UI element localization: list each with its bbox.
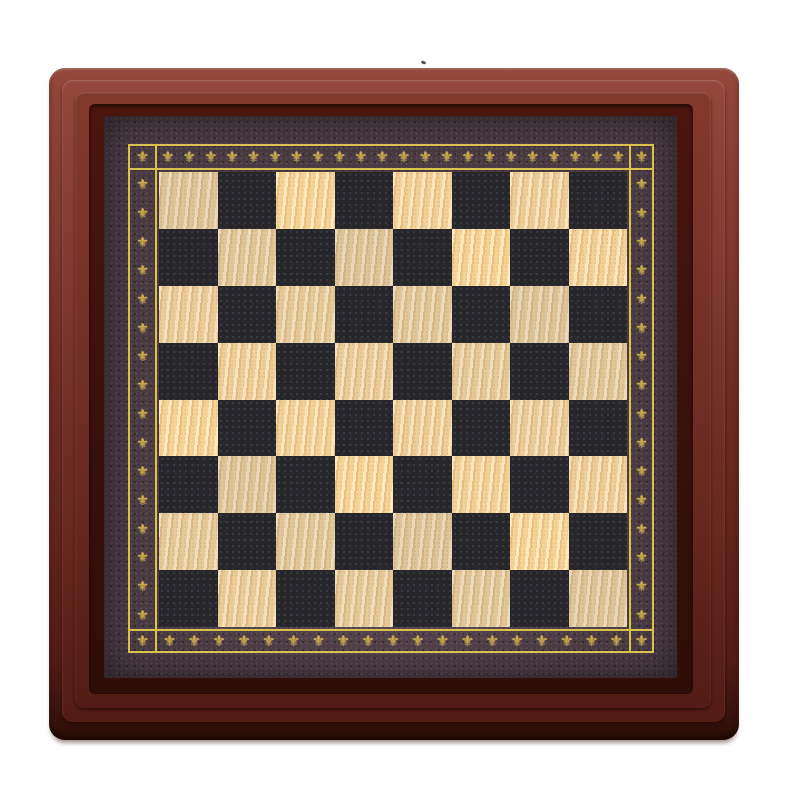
gold-eagle-ornament-icon: ⚜: [182, 150, 195, 165]
gold-eagle-ornament-icon: ⚜: [354, 150, 367, 165]
gold-eagle-ornament-icon: ⚜: [312, 634, 325, 649]
square-f6: [452, 286, 511, 343]
gold-eagle-ornament-icon: ⚜: [635, 235, 648, 249]
square-f7: [452, 229, 511, 286]
square-h8: [569, 172, 628, 229]
gold-eagle-ornament-icon: ⚜: [461, 634, 474, 649]
gold-eagle-ornament-icon: ⚜: [386, 634, 399, 649]
gold-eagle-ornament-icon: ⚜: [635, 608, 648, 622]
product-photo: ⚜ ⚜⚜⚜⚜⚜⚜⚜⚜⚜⚜⚜⚜⚜⚜⚜⚜⚜⚜⚜⚜⚜⚜ ⚜ ⚜⚜⚜⚜⚜⚜⚜⚜⚜⚜⚜⚜⚜…: [0, 0, 800, 800]
square-c8: [276, 172, 335, 229]
gold-eagle-ornament-icon: ⚜: [461, 150, 474, 165]
square-b1: [218, 570, 277, 627]
square-e6: [393, 286, 452, 343]
square-b5: [218, 343, 277, 400]
gold-eagle-ornament-icon: ⚜: [136, 292, 149, 306]
gold-eagle-ornament-icon: ⚜: [635, 177, 648, 191]
gold-eagle-ornament-icon: ⚜: [485, 634, 498, 649]
square-e4: [393, 400, 452, 457]
gold-eagle-ornament-icon: ⚜: [311, 150, 324, 165]
gold-eagle-ornament-icon: ⚜: [268, 150, 281, 165]
square-e2: [393, 513, 452, 570]
gold-eagle-ornament-icon: ⚜: [418, 150, 431, 165]
gold-eagle-ornament-icon: ⚜: [136, 493, 149, 507]
square-d5: [335, 343, 394, 400]
gold-eagle-ornament-icon: ⚜: [225, 150, 238, 165]
square-h5: [569, 343, 628, 400]
gold-eagle-ornament-icon: ⚜: [483, 150, 496, 165]
gold-eagle-ornament-icon: ⚜: [136, 550, 149, 564]
square-b3: [218, 456, 277, 513]
border-corner-bottom-left: ⚜: [130, 629, 157, 651]
square-b2: [218, 513, 277, 570]
border-corner-bottom-right: ⚜: [629, 629, 652, 651]
gold-eagle-ornament-icon: ⚜: [585, 634, 598, 649]
gold-eagle-ornament-icon: ⚜: [526, 150, 539, 165]
square-d6: [335, 286, 394, 343]
square-g7: [510, 229, 569, 286]
gold-eagle-ornament-icon: ⚜: [262, 634, 275, 649]
gold-eagle-ornament-icon: ⚜: [136, 579, 149, 593]
gold-eagle-ornament-icon: ⚜: [635, 550, 648, 564]
square-a6: [159, 286, 218, 343]
square-d7: [335, 229, 394, 286]
square-c5: [276, 343, 335, 400]
square-h4: [569, 400, 628, 457]
square-a1: [159, 570, 218, 627]
gold-eagle-ornament-icon: ⚜: [397, 150, 410, 165]
border-corner-top-left: ⚜: [130, 146, 157, 170]
gold-eagle-ornament-icon: ⚜: [635, 321, 648, 335]
gold-eagle-ornament-icon: ⚜: [161, 150, 174, 165]
gold-eagle-ornament-icon: ⚜: [635, 407, 648, 421]
square-a2: [159, 513, 218, 570]
gold-eagle-ornament-icon: ⚜: [569, 150, 582, 165]
board-outer-frame: ⚜ ⚜⚜⚜⚜⚜⚜⚜⚜⚜⚜⚜⚜⚜⚜⚜⚜⚜⚜⚜⚜⚜⚜ ⚜ ⚜⚜⚜⚜⚜⚜⚜⚜⚜⚜⚜⚜⚜…: [49, 68, 739, 740]
gold-eagle-ornament-icon: ⚜: [635, 150, 648, 165]
gold-eagle-ornament-icon: ⚜: [361, 634, 374, 649]
border-band-bottom: ⚜⚜⚜⚜⚜⚜⚜⚜⚜⚜⚜⚜⚜⚜⚜⚜⚜⚜⚜: [157, 629, 629, 651]
square-g8: [510, 172, 569, 229]
square-c7: [276, 229, 335, 286]
gold-eagle-ornament-icon: ⚜: [635, 522, 648, 536]
gold-eagle-ornament-icon: ⚜: [247, 150, 260, 165]
gold-eagle-ornament-icon: ⚜: [287, 634, 300, 649]
square-h6: [569, 286, 628, 343]
border-band-left: ⚜⚜⚜⚜⚜⚜⚜⚜⚜⚜⚜⚜⚜⚜⚜⚜: [130, 170, 157, 629]
dust-speck: [421, 60, 427, 65]
gold-eagle-ornament-icon: ⚜: [436, 634, 449, 649]
gold-eagle-ornament-icon: ⚜: [635, 378, 648, 392]
gold-eagle-ornament-icon: ⚜: [204, 150, 217, 165]
square-e1: [393, 570, 452, 627]
square-f1: [452, 570, 511, 627]
gold-eagle-ornament-icon: ⚜: [510, 634, 523, 649]
square-g6: [510, 286, 569, 343]
square-c1: [276, 570, 335, 627]
gold-eagle-ornament-icon: ⚜: [635, 263, 648, 277]
gold-eagle-ornament-icon: ⚜: [188, 634, 201, 649]
square-b8: [218, 172, 277, 229]
square-c4: [276, 400, 335, 457]
square-g5: [510, 343, 569, 400]
gold-eagle-ornament-icon: ⚜: [136, 349, 149, 363]
square-h7: [569, 229, 628, 286]
square-c2: [276, 513, 335, 570]
square-a8: [159, 172, 218, 229]
gold-eagle-ornament-icon: ⚜: [136, 634, 149, 649]
border-band-right: ⚜⚜⚜⚜⚜⚜⚜⚜⚜⚜⚜⚜⚜⚜⚜⚜: [629, 170, 652, 629]
square-a5: [159, 343, 218, 400]
gold-eagle-ornament-icon: ⚜: [136, 522, 149, 536]
square-e3: [393, 456, 452, 513]
gold-eagle-ornament-icon: ⚜: [610, 634, 623, 649]
square-g3: [510, 456, 569, 513]
gold-eagle-ornament-icon: ⚜: [136, 150, 149, 165]
gold-eagle-ornament-icon: ⚜: [212, 634, 225, 649]
gold-eagle-ornament-icon: ⚜: [635, 349, 648, 363]
square-h1: [569, 570, 628, 627]
gold-eagle-ornament-icon: ⚜: [136, 378, 149, 392]
gold-eagle-ornament-icon: ⚜: [333, 150, 346, 165]
gold-eagle-ornament-icon: ⚜: [136, 321, 149, 335]
gold-eagle-ornament-icon: ⚜: [560, 634, 573, 649]
gold-eagle-ornament-icon: ⚜: [635, 436, 648, 450]
square-f8: [452, 172, 511, 229]
square-c3: [276, 456, 335, 513]
gold-eagle-ornament-icon: ⚜: [136, 407, 149, 421]
square-b7: [218, 229, 277, 286]
square-f3: [452, 456, 511, 513]
gold-eagle-ornament-icon: ⚜: [440, 150, 453, 165]
gold-eagle-ornament-icon: ⚜: [163, 634, 176, 649]
gold-eagle-ornament-icon: ⚜: [136, 436, 149, 450]
square-h3: [569, 456, 628, 513]
square-c6: [276, 286, 335, 343]
gold-eagle-ornament-icon: ⚜: [635, 579, 648, 593]
gold-eagle-ornament-icon: ⚜: [411, 634, 424, 649]
gold-eagle-ornament-icon: ⚜: [136, 464, 149, 478]
square-f5: [452, 343, 511, 400]
border-band-top: ⚜⚜⚜⚜⚜⚜⚜⚜⚜⚜⚜⚜⚜⚜⚜⚜⚜⚜⚜⚜⚜⚜: [157, 146, 629, 170]
square-f2: [452, 513, 511, 570]
gold-eagle-ornament-icon: ⚜: [635, 206, 648, 220]
gold-eagle-ornament-icon: ⚜: [136, 177, 149, 191]
gold-eagle-ornament-icon: ⚜: [237, 634, 250, 649]
gold-eagle-ornament-icon: ⚜: [612, 150, 625, 165]
square-f4: [452, 400, 511, 457]
gold-eagle-ornament-icon: ⚜: [547, 150, 560, 165]
square-h2: [569, 513, 628, 570]
square-e8: [393, 172, 452, 229]
square-d2: [335, 513, 394, 570]
gold-eagle-ornament-icon: ⚜: [635, 493, 648, 507]
square-b6: [218, 286, 277, 343]
square-g4: [510, 400, 569, 457]
gold-eagle-ornament-icon: ⚜: [290, 150, 303, 165]
gold-border-frame: ⚜ ⚜⚜⚜⚜⚜⚜⚜⚜⚜⚜⚜⚜⚜⚜⚜⚜⚜⚜⚜⚜⚜⚜ ⚜ ⚜⚜⚜⚜⚜⚜⚜⚜⚜⚜⚜⚜⚜…: [128, 144, 654, 653]
square-d1: [335, 570, 394, 627]
square-d3: [335, 456, 394, 513]
border-corner-top-right: ⚜: [629, 146, 652, 170]
gold-eagle-ornament-icon: ⚜: [136, 608, 149, 622]
square-e5: [393, 343, 452, 400]
square-g2: [510, 513, 569, 570]
gold-eagle-ornament-icon: ⚜: [590, 150, 603, 165]
gold-eagle-ornament-icon: ⚜: [376, 150, 389, 165]
gold-eagle-ornament-icon: ⚜: [336, 634, 349, 649]
square-b4: [218, 400, 277, 457]
square-d4: [335, 400, 394, 457]
gold-eagle-ornament-icon: ⚜: [635, 634, 648, 649]
square-a7: [159, 229, 218, 286]
chess-board: [159, 172, 627, 627]
gold-eagle-ornament-icon: ⚜: [504, 150, 517, 165]
square-d8: [335, 172, 394, 229]
gold-eagle-ornament-icon: ⚜: [136, 206, 149, 220]
square-a3: [159, 456, 218, 513]
square-e7: [393, 229, 452, 286]
square-g1: [510, 570, 569, 627]
gold-eagle-ornament-icon: ⚜: [635, 292, 648, 306]
gold-eagle-ornament-icon: ⚜: [535, 634, 548, 649]
board-area: [157, 170, 629, 629]
board-insert: ⚜ ⚜⚜⚜⚜⚜⚜⚜⚜⚜⚜⚜⚜⚜⚜⚜⚜⚜⚜⚜⚜⚜⚜ ⚜ ⚜⚜⚜⚜⚜⚜⚜⚜⚜⚜⚜⚜⚜…: [104, 116, 677, 678]
gold-eagle-ornament-icon: ⚜: [136, 263, 149, 277]
square-a4: [159, 400, 218, 457]
gold-eagle-ornament-icon: ⚜: [136, 235, 149, 249]
gold-eagle-ornament-icon: ⚜: [635, 464, 648, 478]
